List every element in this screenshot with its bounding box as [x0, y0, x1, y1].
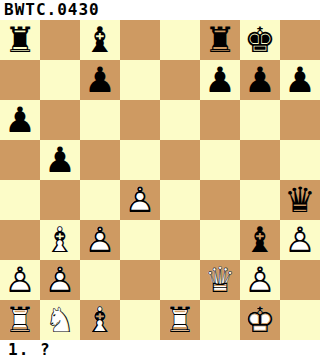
square-h8[interactable]	[280, 20, 320, 60]
square-a7[interactable]	[0, 60, 40, 100]
square-f3[interactable]	[200, 220, 240, 260]
white-rook[interactable]: ♜♖	[0, 300, 40, 340]
white-king[interactable]: ♚♔	[240, 300, 280, 340]
piece-glyph: ♝	[80, 20, 120, 60]
white-pawn[interactable]: ♟♙	[40, 260, 80, 300]
square-h3[interactable]: ♟♙	[280, 220, 320, 260]
piece-outline: ♙	[40, 260, 80, 300]
black-queen[interactable]: ♛	[280, 180, 320, 220]
piece-glyph: ♟	[240, 60, 280, 100]
black-rook[interactable]: ♜	[0, 20, 40, 60]
square-b6[interactable]	[40, 100, 80, 140]
square-a2[interactable]: ♟♙	[0, 260, 40, 300]
square-a8[interactable]: ♜	[0, 20, 40, 60]
white-pawn[interactable]: ♟♙	[80, 220, 120, 260]
white-rook[interactable]: ♜♖	[160, 300, 200, 340]
black-pawn[interactable]: ♟	[280, 60, 320, 100]
piece-glyph: ♟	[0, 100, 40, 140]
piece-outline: ♙	[240, 260, 280, 300]
square-h1[interactable]	[280, 300, 320, 340]
white-queen[interactable]: ♛♕	[200, 260, 240, 300]
square-d5[interactable]	[120, 140, 160, 180]
square-a5[interactable]	[0, 140, 40, 180]
piece-outline: ♗	[80, 300, 120, 340]
piece-outline: ♙	[120, 180, 160, 220]
square-g7[interactable]: ♟	[240, 60, 280, 100]
square-h5[interactable]	[280, 140, 320, 180]
square-c2[interactable]	[80, 260, 120, 300]
black-pawn[interactable]: ♟	[40, 140, 80, 180]
square-g6[interactable]	[240, 100, 280, 140]
piece-outline: ♕	[200, 260, 240, 300]
move-prompt: 1. ?	[0, 340, 320, 360]
square-c4[interactable]	[80, 180, 120, 220]
square-c7[interactable]: ♟	[80, 60, 120, 100]
square-e5[interactable]	[160, 140, 200, 180]
white-pawn[interactable]: ♟♙	[280, 220, 320, 260]
square-e6[interactable]	[160, 100, 200, 140]
square-c5[interactable]	[80, 140, 120, 180]
piece-glyph: ♜	[0, 20, 40, 60]
square-c1[interactable]: ♝♗	[80, 300, 120, 340]
black-king[interactable]: ♚	[240, 20, 280, 60]
black-bishop[interactable]: ♝	[240, 220, 280, 260]
square-f2[interactable]: ♛♕	[200, 260, 240, 300]
square-b1[interactable]: ♞♘	[40, 300, 80, 340]
white-bishop[interactable]: ♝♗	[80, 300, 120, 340]
piece-glyph: ♟	[80, 60, 120, 100]
chess-board: ♜♝♜♚♟♟♟♟♟♟♟♙♛♝♗♟♙♝♟♙♟♙♟♙♛♕♟♙♜♖♞♘♝♗♜♖♚♔	[0, 20, 320, 340]
square-d4[interactable]: ♟♙	[120, 180, 160, 220]
square-e3[interactable]	[160, 220, 200, 260]
square-e2[interactable]	[160, 260, 200, 300]
piece-outline: ♔	[240, 300, 280, 340]
square-b2[interactable]: ♟♙	[40, 260, 80, 300]
piece-glyph: ♚	[240, 20, 280, 60]
white-pawn[interactable]: ♟♙	[0, 260, 40, 300]
square-e8[interactable]	[160, 20, 200, 60]
square-b7[interactable]	[40, 60, 80, 100]
piece-glyph: ♜	[200, 20, 240, 60]
square-b5[interactable]: ♟	[40, 140, 80, 180]
square-a1[interactable]: ♜♖	[0, 300, 40, 340]
piece-glyph: ♟	[280, 60, 320, 100]
square-c3[interactable]: ♟♙	[80, 220, 120, 260]
square-g1[interactable]: ♚♔	[240, 300, 280, 340]
piece-glyph: ♝	[240, 220, 280, 260]
square-c8[interactable]: ♝	[80, 20, 120, 60]
piece-outline: ♙	[280, 220, 320, 260]
piece-outline: ♘	[40, 300, 80, 340]
piece-outline: ♙	[80, 220, 120, 260]
square-b8[interactable]	[40, 20, 80, 60]
white-pawn[interactable]: ♟♙	[120, 180, 160, 220]
square-h6[interactable]	[280, 100, 320, 140]
square-a3[interactable]	[0, 220, 40, 260]
square-d3[interactable]	[120, 220, 160, 260]
square-a4[interactable]	[0, 180, 40, 220]
square-g8[interactable]: ♚	[240, 20, 280, 60]
puzzle-title: BWTC.0430	[0, 0, 320, 20]
square-d2[interactable]	[120, 260, 160, 300]
square-d6[interactable]	[120, 100, 160, 140]
white-pawn[interactable]: ♟♙	[240, 260, 280, 300]
white-knight[interactable]: ♞♘	[40, 300, 80, 340]
black-bishop[interactable]: ♝	[80, 20, 120, 60]
black-rook[interactable]: ♜	[200, 20, 240, 60]
square-h4[interactable]: ♛	[280, 180, 320, 220]
square-d8[interactable]	[120, 20, 160, 60]
square-e7[interactable]	[160, 60, 200, 100]
piece-outline: ♖	[0, 300, 40, 340]
square-f8[interactable]: ♜	[200, 20, 240, 60]
square-d7[interactable]	[120, 60, 160, 100]
piece-glyph: ♟	[40, 140, 80, 180]
square-e1[interactable]: ♜♖	[160, 300, 200, 340]
square-d1[interactable]	[120, 300, 160, 340]
square-b3[interactable]: ♝♗	[40, 220, 80, 260]
square-f1[interactable]	[200, 300, 240, 340]
piece-outline: ♙	[0, 260, 40, 300]
square-g4[interactable]	[240, 180, 280, 220]
square-h7[interactable]: ♟	[280, 60, 320, 100]
square-g2[interactable]: ♟♙	[240, 260, 280, 300]
square-c6[interactable]	[80, 100, 120, 140]
piece-glyph: ♛	[280, 180, 320, 220]
square-f6[interactable]	[200, 100, 240, 140]
white-bishop[interactable]: ♝♗	[40, 220, 80, 260]
square-a6[interactable]: ♟	[0, 100, 40, 140]
square-g5[interactable]	[240, 140, 280, 180]
piece-glyph: ♟	[200, 60, 240, 100]
piece-outline: ♖	[160, 300, 200, 340]
piece-outline: ♗	[40, 220, 80, 260]
square-f7[interactable]: ♟	[200, 60, 240, 100]
square-b4[interactable]	[40, 180, 80, 220]
square-f5[interactable]	[200, 140, 240, 180]
black-pawn[interactable]: ♟	[80, 60, 120, 100]
black-pawn[interactable]: ♟	[240, 60, 280, 100]
square-f4[interactable]	[200, 180, 240, 220]
square-e4[interactable]	[160, 180, 200, 220]
square-g3[interactable]: ♝	[240, 220, 280, 260]
black-pawn[interactable]: ♟	[200, 60, 240, 100]
black-pawn[interactable]: ♟	[0, 100, 40, 140]
square-h2[interactable]	[280, 260, 320, 300]
